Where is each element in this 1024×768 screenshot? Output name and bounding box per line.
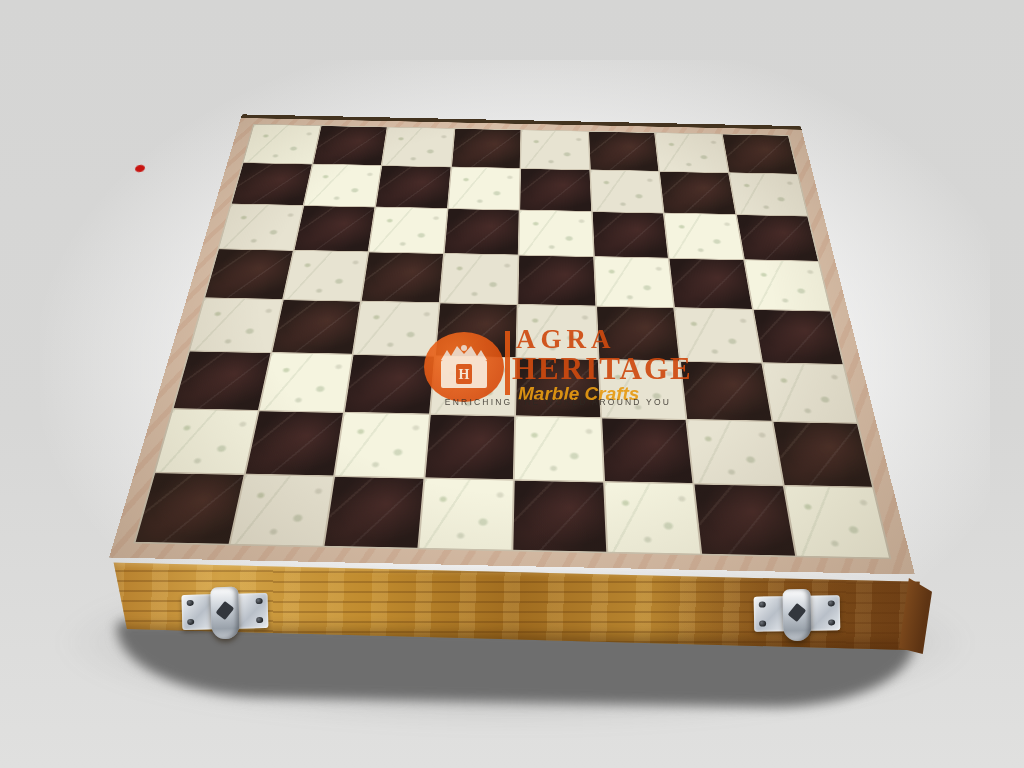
square-d2[interactable] [425, 415, 514, 479]
screw-icon [187, 600, 194, 606]
square-e8[interactable] [521, 130, 589, 169]
square-e7[interactable] [520, 169, 591, 211]
square-f2[interactable] [602, 418, 693, 483]
square-e2[interactable] [515, 417, 603, 481]
screw-icon [828, 600, 835, 606]
latch-hasp [783, 589, 812, 641]
square-h3[interactable] [763, 363, 857, 422]
square-a4[interactable] [190, 298, 281, 352]
square-h4[interactable] [753, 310, 842, 364]
square-d5[interactable] [440, 254, 518, 303]
square-a5[interactable] [205, 249, 292, 298]
square-c1[interactable] [325, 477, 423, 548]
square-e6[interactable] [519, 211, 592, 257]
square-g1[interactable] [694, 484, 794, 555]
square-f8[interactable] [589, 132, 659, 171]
square-c8[interactable] [382, 127, 453, 166]
square-b1[interactable] [230, 475, 333, 546]
square-f1[interactable] [605, 482, 701, 553]
brand-tagline: ENRICHING THE WORLD AROUND YOU [420, 397, 696, 407]
square-h1[interactable] [784, 486, 889, 557]
product-photo-stage: H AGRA HERITAGE Marble Crafts ENRICHING … [0, 0, 1024, 768]
square-d7[interactable] [448, 167, 519, 209]
latch-slot [216, 601, 235, 620]
square-c5[interactable] [362, 253, 443, 302]
monument-glyph: H [435, 342, 493, 392]
square-g7[interactable] [660, 172, 735, 214]
latch-plate [234, 593, 268, 629]
screw-icon [256, 598, 263, 604]
screw-icon [187, 619, 194, 625]
square-b8[interactable] [313, 126, 387, 165]
square-h6[interactable] [737, 215, 818, 261]
screw-icon [828, 619, 835, 625]
square-h7[interactable] [729, 173, 807, 215]
square-a3[interactable] [174, 351, 270, 409]
square-d8[interactable] [452, 129, 521, 168]
square-a6[interactable] [219, 205, 302, 250]
square-b5[interactable] [284, 251, 368, 300]
screw-icon [759, 602, 766, 608]
square-c6[interactable] [369, 208, 446, 254]
square-g2[interactable] [687, 420, 782, 485]
square-e1[interactable] [513, 481, 605, 552]
svg-text:H: H [459, 367, 470, 382]
square-b6[interactable] [294, 206, 374, 251]
square-d6[interactable] [444, 209, 518, 255]
square-h8[interactable] [722, 134, 797, 173]
square-f5[interactable] [594, 257, 673, 307]
latch-hasp [210, 587, 239, 640]
square-b4[interactable] [272, 300, 360, 354]
square-b3[interactable] [259, 353, 352, 412]
square-g6[interactable] [665, 214, 743, 260]
square-d1[interactable] [419, 479, 513, 550]
left-latch [181, 588, 268, 640]
screw-icon [256, 617, 263, 623]
square-h2[interactable] [773, 422, 872, 487]
square-b7[interactable] [304, 165, 381, 207]
square-f6[interactable] [592, 212, 667, 258]
watermark-divider [505, 331, 510, 395]
square-a1[interactable] [136, 473, 244, 544]
square-b2[interactable] [245, 411, 342, 475]
screw-icon [759, 621, 766, 627]
monument-badge-icon: H [424, 332, 504, 402]
square-g8[interactable] [656, 133, 728, 172]
right-latch [754, 590, 841, 641]
square-a2[interactable] [156, 409, 258, 473]
square-c7[interactable] [376, 166, 450, 208]
latch-slot [788, 603, 807, 622]
square-e5[interactable] [518, 256, 595, 305]
square-h5[interactable] [745, 260, 830, 310]
brand-name-line2: HERITAGE [512, 351, 693, 387]
square-f7[interactable] [590, 170, 662, 212]
square-c2[interactable] [335, 413, 428, 477]
latch-plate [807, 595, 841, 631]
square-a7[interactable] [232, 163, 311, 205]
square-a8[interactable] [244, 125, 320, 164]
square-g5[interactable] [670, 259, 752, 309]
